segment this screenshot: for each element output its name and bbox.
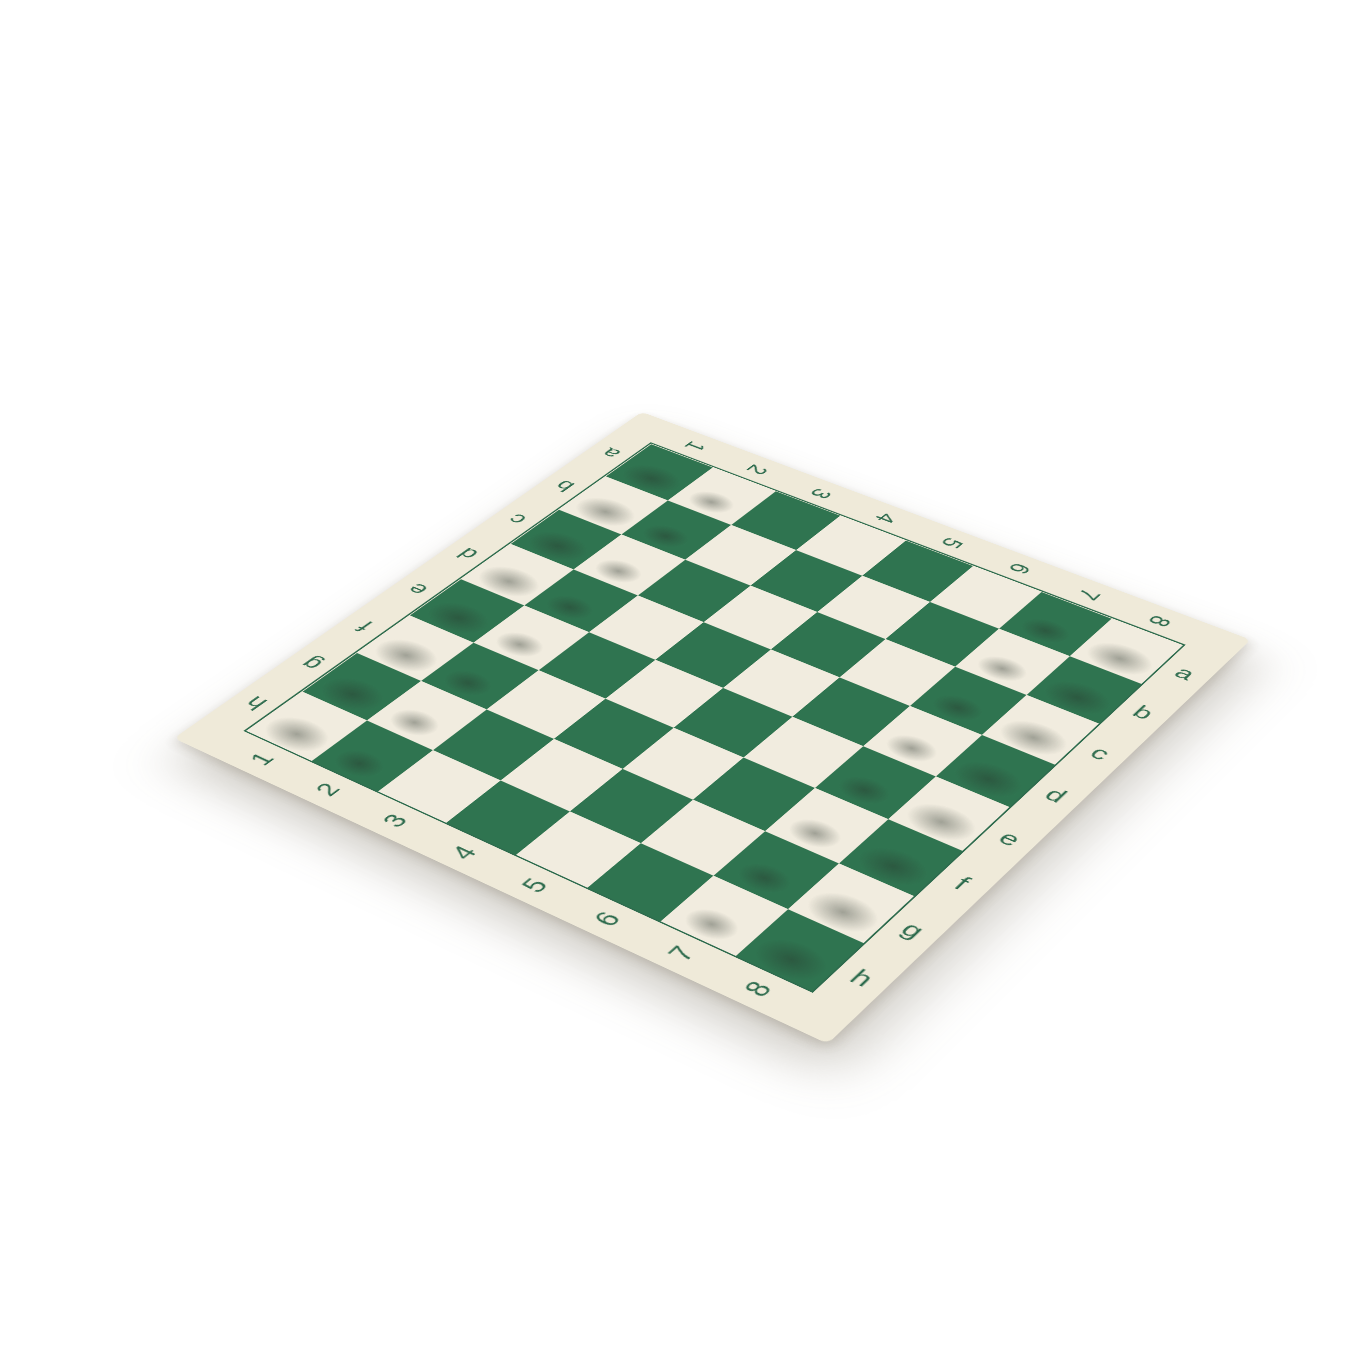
board-coordinate-label: g	[896, 918, 929, 942]
board-coordinate-label: b	[1128, 703, 1158, 723]
board-coordinate-label: 8	[738, 978, 776, 1001]
white-rook-icon: ♜	[712, 753, 889, 950]
black-pawn-icon: ♟	[311, 620, 433, 756]
board-coordinate-label: 2	[310, 780, 345, 799]
board-coordinate-label: 3	[805, 486, 837, 501]
chess-roll-up-mat: 12345678a♜♟♟♜ab♞♟♟♞bc♝♟♟♝cd♚♟♟♚de♛♟♟♛ef♝…	[174, 412, 1251, 1044]
board-coordinate-label: 4	[870, 510, 902, 526]
board-coordinate-label: d	[1040, 785, 1071, 806]
board-coordinate-label: 6	[588, 908, 625, 929]
board-coordinate-label: 3	[377, 811, 413, 831]
board-coordinate-label: e	[994, 828, 1026, 850]
board-coordinate-label: 4	[446, 842, 482, 862]
board-coordinate-label: 7	[662, 942, 700, 964]
board-coordinate-label: f	[950, 874, 975, 894]
board-coordinate-label: 5	[516, 875, 553, 896]
board-coordinate-label: c	[1086, 743, 1115, 763]
product-photo-scene: 12345678a♜♟♟♜ab♞♟♟♞bc♝♟♟♝cd♚♟♟♚de♛♟♟♛ef♝…	[0, 0, 1350, 1350]
board-coordinate-label: h	[845, 966, 879, 991]
board-coordinate-label: 1	[244, 749, 279, 768]
board-coordinate-label: a	[1170, 664, 1199, 683]
